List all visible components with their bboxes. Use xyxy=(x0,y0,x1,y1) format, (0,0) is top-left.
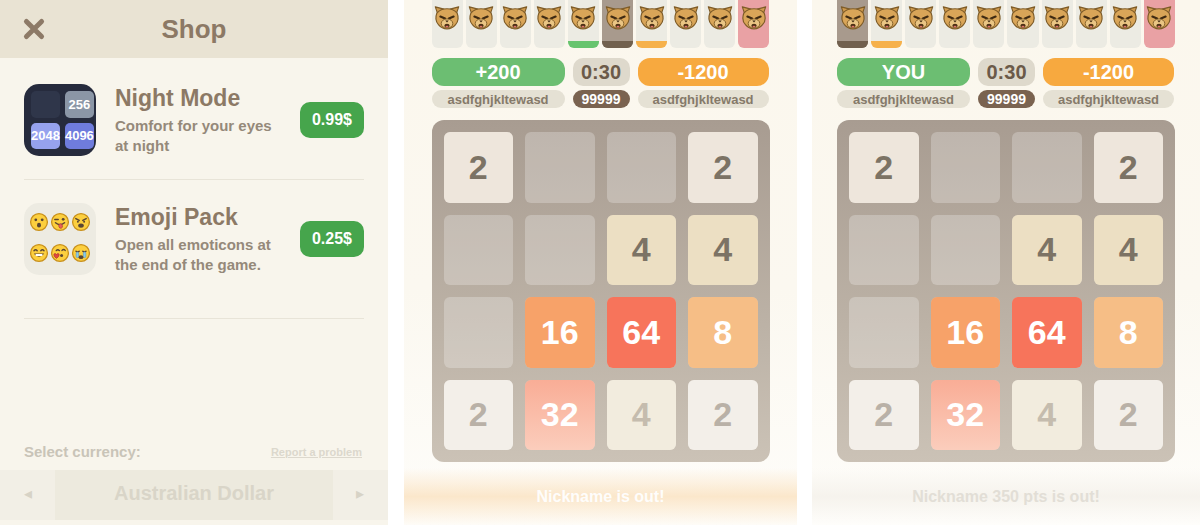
item-description: Comfort for your eyes at night xyxy=(115,116,287,154)
player-avatar-cell xyxy=(1110,0,1141,48)
tile-64: 64 xyxy=(1012,297,1082,368)
bear-avatar-icon xyxy=(941,0,969,48)
mini-tile-2048: 2048 xyxy=(31,123,60,150)
empty-cell xyxy=(931,132,1001,203)
tile-cell: 4 xyxy=(688,215,758,286)
tile-cell: 8 xyxy=(1094,297,1164,368)
player-name: asdfghjkltewasd xyxy=(432,90,565,108)
player-avatar-cell xyxy=(1144,0,1175,48)
player-name: asdfghjkltewasd xyxy=(837,90,970,108)
timer-badge: 0:30 xyxy=(573,58,630,86)
toast-banner: Nickname 350 pts is out! xyxy=(812,468,1200,525)
names-row: asdfghjkltewasd 99999 asdfghjkltewasd xyxy=(837,90,1175,108)
timer-badge: 0:30 xyxy=(978,58,1035,86)
player-avatar-cell xyxy=(568,0,599,48)
bear-avatar-icon xyxy=(1077,0,1105,48)
player-avatar-cell xyxy=(939,0,970,48)
bear-avatar-icon xyxy=(535,0,563,48)
empty-cell xyxy=(444,215,514,286)
tile-32: 32 xyxy=(931,380,1001,451)
close-button[interactable] xyxy=(20,16,48,44)
tile-cell: 16 xyxy=(525,297,595,368)
tile-cell: 64 xyxy=(1012,297,1082,368)
penalty-badge: -1200 xyxy=(1043,58,1174,86)
tile-2: 2 xyxy=(849,132,919,203)
shop-header: Shop xyxy=(0,0,388,58)
player-avatar-cell xyxy=(636,0,667,48)
score-value: 99999 xyxy=(573,90,630,108)
mini-tile-empty xyxy=(31,91,60,118)
player-progress-bar xyxy=(602,41,633,48)
player-avatar-cell xyxy=(837,0,868,48)
players-strip xyxy=(837,0,1175,48)
shop-item-emoji-pack: Emoji Pack Open all emoticons at the end… xyxy=(24,203,364,275)
emoji-pack-icon xyxy=(24,203,96,275)
player-name: asdfghjkltewasd xyxy=(1043,90,1174,108)
player-avatar-cell xyxy=(466,0,497,48)
item-description: Open all emoticons at the end of the gam… xyxy=(115,235,287,273)
wink-tongue-emoji-icon xyxy=(50,212,70,236)
tile-cell: 4 xyxy=(607,215,677,286)
player-avatar-cell xyxy=(905,0,936,48)
bear-avatar-icon xyxy=(706,0,734,48)
empty-cell xyxy=(849,297,919,368)
tile-grid: 22441664823242 xyxy=(444,132,758,450)
app-root: Shop 256 2048 4096 Night Mode Comfort fo… xyxy=(0,0,1200,525)
empty-cell xyxy=(525,132,595,203)
tile-cell: 2 xyxy=(849,380,919,451)
bear-avatar-icon xyxy=(1145,0,1173,48)
item-title: Emoji Pack xyxy=(115,204,287,231)
tile-2: 2 xyxy=(444,380,514,451)
tile-cell: 2 xyxy=(1094,132,1164,203)
tile-4: 4 xyxy=(688,215,758,286)
tile-8: 8 xyxy=(1094,297,1164,368)
bear-avatar-icon xyxy=(907,0,935,48)
tile-32: 32 xyxy=(525,380,595,451)
tile-4: 4 xyxy=(1012,380,1082,451)
tile-2: 2 xyxy=(688,132,758,203)
tile-2: 2 xyxy=(1094,132,1164,203)
player-avatar-cell xyxy=(670,0,701,48)
empty-cell xyxy=(849,215,919,286)
toast-banner: Nickname is out! xyxy=(404,468,797,525)
tile-64: 64 xyxy=(607,297,677,368)
panel-divider xyxy=(388,0,404,525)
tile-8: 8 xyxy=(688,297,758,368)
bear-avatar-icon xyxy=(975,0,1003,48)
tile-2: 2 xyxy=(849,380,919,451)
players-strip xyxy=(432,0,770,48)
player-avatar-cell xyxy=(973,0,1004,48)
you-badge: YOU xyxy=(837,58,970,86)
tile-cell: 32 xyxy=(525,380,595,451)
player-avatar-cell xyxy=(432,0,463,48)
player-avatar-cell xyxy=(738,0,769,48)
tile-2: 2 xyxy=(1094,380,1164,451)
tile-cell: 2 xyxy=(444,380,514,451)
buy-night-mode-button[interactable]: 0.99$ xyxy=(300,102,364,138)
empty-cell xyxy=(1012,132,1082,203)
select-currency-label: Select currency: xyxy=(24,443,141,460)
tile-16: 16 xyxy=(931,297,1001,368)
tile-cell: 32 xyxy=(931,380,1001,451)
divider xyxy=(24,318,364,319)
player-avatar-cell xyxy=(534,0,565,48)
game-panel-you: YOU 0:30 -1200 asdfghjkltewasd 99999 asd… xyxy=(812,0,1200,525)
player-name: asdfghjkltewasd xyxy=(638,90,769,108)
surprised-emoji-icon xyxy=(29,212,49,236)
player-avatar-cell xyxy=(1076,0,1107,48)
tile-2: 2 xyxy=(444,132,514,203)
tile-2: 2 xyxy=(688,380,758,451)
tile-16: 16 xyxy=(525,297,595,368)
tile-cell: 8 xyxy=(688,297,758,368)
bear-avatar-icon xyxy=(740,0,768,48)
bear-avatar-icon xyxy=(1043,0,1071,48)
shop-item-night-mode: 256 2048 4096 Night Mode Comfort for you… xyxy=(24,84,364,156)
shop-title: Shop xyxy=(162,14,227,45)
item-title: Night Mode xyxy=(115,85,287,112)
player-avatar-cell xyxy=(1042,0,1073,48)
scoreboard: YOU 0:30 -1200 xyxy=(837,58,1175,86)
tile-cell: 2 xyxy=(688,132,758,203)
night-mode-icon: 256 2048 4096 xyxy=(24,84,96,156)
crying-emoji-icon xyxy=(71,243,91,267)
tile-4: 4 xyxy=(607,380,677,451)
tile-cell: 64 xyxy=(607,297,677,368)
mini-tile-256: 256 xyxy=(65,91,94,118)
player-avatar-cell xyxy=(500,0,531,48)
game-panel-opponent: +200 0:30 -1200 asdfghjkltewasd 99999 as… xyxy=(404,0,797,525)
bear-avatar-icon xyxy=(1111,0,1139,48)
player-progress-bar xyxy=(837,41,868,48)
empty-cell xyxy=(931,215,1001,286)
tile-4: 4 xyxy=(607,215,677,286)
tile-cell: 2 xyxy=(444,132,514,203)
close-icon xyxy=(21,30,47,45)
player-avatar-cell xyxy=(871,0,902,48)
empty-cell xyxy=(525,215,595,286)
player-avatar-cell xyxy=(704,0,735,48)
divider xyxy=(24,179,364,180)
currency-selector[interactable]: ◂ Australian Dollar ▸ xyxy=(0,470,388,520)
tile-cell: 4 xyxy=(1012,380,1082,451)
tile-cell: 2 xyxy=(849,132,919,203)
score-delta-badge: +200 xyxy=(432,58,565,86)
tile-4: 4 xyxy=(1012,215,1082,286)
tile-cell: 16 xyxy=(931,297,1001,368)
bear-avatar-icon xyxy=(672,0,700,48)
player-progress-bar xyxy=(636,41,667,48)
names-row: asdfghjkltewasd 99999 asdfghjkltewasd xyxy=(432,90,770,108)
weary-emoji-icon xyxy=(71,212,91,236)
tile-cell: 2 xyxy=(1094,380,1164,451)
kiss-heart-emoji-icon xyxy=(50,243,70,267)
shop-panel: Shop 256 2048 4096 Night Mode Comfort fo… xyxy=(0,0,388,525)
game-board[interactable]: 22441664823242 xyxy=(432,120,770,462)
bear-avatar-icon xyxy=(467,0,495,48)
score-value: 99999 xyxy=(978,90,1035,108)
bear-avatar-icon xyxy=(501,0,529,48)
currency-value: Australian Dollar xyxy=(0,482,388,505)
scoreboard: +200 0:30 -1200 xyxy=(432,58,770,86)
player-avatar-cell xyxy=(1007,0,1038,48)
buy-emoji-pack-button[interactable]: 0.25$ xyxy=(300,221,364,257)
penalty-badge: -1200 xyxy=(638,58,769,86)
tile-cell: 4 xyxy=(607,380,677,451)
player-progress-bar xyxy=(871,41,902,48)
player-avatar-cell xyxy=(602,0,633,48)
game-board[interactable]: 22441664823242 xyxy=(837,120,1175,462)
tile-cell: 4 xyxy=(1094,215,1164,286)
empty-cell xyxy=(607,132,677,203)
tile-4: 4 xyxy=(1094,215,1164,286)
grin-emoji-icon xyxy=(29,243,49,267)
tile-cell: 2 xyxy=(688,380,758,451)
bear-avatar-icon xyxy=(1009,0,1037,48)
report-problem-link[interactable]: Report a problem xyxy=(271,446,362,458)
panel-divider xyxy=(797,0,812,525)
next-currency-arrow-icon[interactable]: ▸ xyxy=(356,484,364,503)
mini-tile-4096: 4096 xyxy=(65,123,94,150)
bear-avatar-icon xyxy=(433,0,461,48)
player-progress-bar xyxy=(568,41,599,48)
tile-cell: 4 xyxy=(1012,215,1082,286)
tile-grid: 22441664823242 xyxy=(849,132,1163,450)
empty-cell xyxy=(444,297,514,368)
